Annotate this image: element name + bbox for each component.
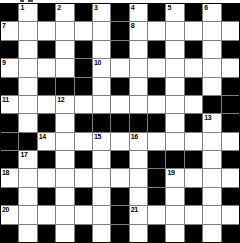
cell-11-7[interactable]: 21 — [130, 206, 147, 223]
cell-3-5[interactable]: 10 — [93, 59, 110, 76]
crossword-grid: 123456789101112131415161718192021 — [0, 3, 240, 243]
cell-5-3[interactable]: 12 — [56, 96, 73, 113]
cell-8-12 — [222, 151, 239, 168]
cell-1-5[interactable] — [93, 22, 110, 39]
cropped-text-mark-1 — [28, 0, 33, 2]
cell-1-4[interactable] — [75, 22, 92, 39]
cell-12-7[interactable] — [130, 225, 147, 242]
cell-10-12 — [222, 188, 239, 205]
cell-8-8 — [148, 151, 165, 168]
cell-12-3[interactable] — [56, 225, 73, 242]
cell-8-6 — [111, 151, 128, 168]
cell-11-0[interactable]: 20 — [1, 206, 18, 223]
cell-10-10 — [185, 188, 202, 205]
cell-6-0 — [1, 114, 18, 131]
cell-6-7 — [130, 114, 147, 131]
clue-number-7: 7 — [2, 22, 6, 29]
clue-number-17: 17 — [20, 151, 27, 158]
cell-5-2[interactable] — [38, 96, 55, 113]
cell-10-7[interactable] — [130, 188, 147, 205]
cell-0-7[interactable]: 4 — [130, 4, 147, 21]
clue-number-10: 10 — [94, 59, 101, 66]
cell-7-2[interactable]: 14 — [38, 133, 55, 150]
clue-number-2: 2 — [57, 4, 61, 11]
cell-3-11[interactable] — [203, 59, 220, 76]
cell-12-12 — [222, 225, 239, 242]
cell-0-5[interactable]: 3 — [93, 4, 110, 21]
cell-2-1[interactable] — [19, 41, 36, 58]
cell-5-0[interactable]: 11 — [1, 96, 18, 113]
cell-9-5[interactable] — [93, 169, 110, 186]
clue-number-3: 3 — [94, 4, 98, 11]
cell-7-10[interactable] — [185, 133, 202, 150]
cell-2-8 — [148, 41, 165, 58]
cell-6-10 — [185, 114, 202, 131]
cell-0-8 — [148, 4, 165, 21]
cell-7-0 — [1, 133, 18, 150]
cell-9-0[interactable]: 18 — [1, 169, 18, 186]
cell-3-7[interactable] — [130, 59, 147, 76]
clue-number-9: 9 — [2, 59, 6, 66]
cell-5-6[interactable] — [111, 96, 128, 113]
cell-5-12 — [222, 96, 239, 113]
cell-11-3[interactable] — [56, 206, 73, 223]
cell-12-4 — [75, 225, 92, 242]
cell-0-11[interactable]: 6 — [203, 4, 220, 21]
cell-8-5[interactable] — [93, 151, 110, 168]
cell-5-9[interactable] — [166, 96, 183, 113]
cell-4-7[interactable] — [130, 78, 147, 95]
cell-7-7[interactable]: 16 — [130, 133, 147, 150]
cell-4-9[interactable] — [166, 78, 183, 95]
cell-9-12[interactable] — [222, 169, 239, 186]
cell-10-2 — [38, 188, 55, 205]
cell-4-6 — [111, 78, 128, 95]
cell-1-9[interactable] — [166, 22, 183, 39]
cell-10-6 — [111, 188, 128, 205]
cell-7-6[interactable] — [111, 133, 128, 150]
cell-11-12[interactable] — [222, 206, 239, 223]
cell-3-0[interactable]: 9 — [1, 59, 18, 76]
cell-0-0 — [1, 4, 18, 21]
clue-number-8: 8 — [131, 22, 135, 29]
cell-0-12 — [222, 4, 239, 21]
cell-12-11[interactable] — [203, 225, 220, 242]
cell-3-4 — [75, 59, 92, 76]
cell-9-4[interactable] — [75, 169, 92, 186]
clue-number-5: 5 — [167, 4, 171, 11]
cell-11-5[interactable] — [93, 206, 110, 223]
cell-12-5[interactable] — [93, 225, 110, 242]
cell-5-5[interactable] — [93, 96, 110, 113]
cell-10-5[interactable] — [93, 188, 110, 205]
clue-number-19: 19 — [167, 169, 174, 176]
cell-0-9[interactable]: 5 — [166, 4, 183, 21]
cell-10-3[interactable] — [56, 188, 73, 205]
cell-9-2[interactable] — [38, 169, 55, 186]
cell-2-11[interactable] — [203, 41, 220, 58]
cell-4-10 — [185, 78, 202, 95]
cell-11-4[interactable] — [75, 206, 92, 223]
clue-number-21: 21 — [131, 206, 138, 213]
cell-6-4 — [75, 114, 92, 131]
cell-6-6 — [111, 114, 128, 131]
cell-1-10[interactable] — [185, 22, 202, 39]
cell-1-1[interactable] — [19, 22, 36, 39]
cell-8-10 — [185, 151, 202, 168]
cell-4-8 — [148, 78, 165, 95]
cell-11-10[interactable] — [185, 206, 202, 223]
cell-7-1 — [19, 133, 36, 150]
cell-6-1[interactable] — [19, 114, 36, 131]
cell-12-9[interactable] — [166, 225, 183, 242]
cell-10-9[interactable] — [166, 188, 183, 205]
cell-11-11[interactable] — [203, 206, 220, 223]
cell-1-6 — [111, 22, 128, 39]
cell-3-6[interactable] — [111, 59, 128, 76]
cell-7-8[interactable] — [148, 133, 165, 150]
cell-1-2[interactable] — [38, 22, 55, 39]
cell-10-4 — [75, 188, 92, 205]
cell-4-2 — [38, 78, 55, 95]
cell-10-0 — [1, 188, 18, 205]
clue-number-20: 20 — [2, 206, 9, 213]
cell-7-12[interactable] — [222, 133, 239, 150]
cell-8-0 — [1, 151, 18, 168]
cell-5-8[interactable] — [148, 96, 165, 113]
cell-9-6[interactable] — [111, 169, 128, 186]
cell-9-7[interactable] — [130, 169, 147, 186]
clue-number-18: 18 — [2, 169, 9, 176]
cell-5-10[interactable] — [185, 96, 202, 113]
clue-number-6: 6 — [204, 4, 208, 11]
cell-4-1[interactable] — [19, 78, 36, 95]
cell-4-3 — [56, 78, 73, 95]
cell-6-9[interactable] — [166, 114, 183, 131]
cell-9-8 — [148, 169, 165, 186]
cell-5-7[interactable] — [130, 96, 147, 113]
cell-0-4 — [75, 4, 92, 21]
cell-12-8 — [148, 225, 165, 242]
cell-3-1[interactable] — [19, 59, 36, 76]
cell-7-3[interactable] — [56, 133, 73, 150]
cell-0-3[interactable]: 2 — [56, 4, 73, 21]
cell-8-3[interactable] — [56, 151, 73, 168]
cell-0-2 — [38, 4, 55, 21]
clue-number-16: 16 — [131, 133, 138, 140]
cell-12-2 — [38, 225, 55, 242]
cell-3-3[interactable] — [56, 59, 73, 76]
cell-12-10 — [185, 225, 202, 242]
cell-1-8[interactable] — [148, 22, 165, 39]
cell-8-11[interactable] — [203, 151, 220, 168]
cell-2-0 — [1, 41, 18, 58]
cell-7-9[interactable] — [166, 133, 183, 150]
cell-4-11[interactable] — [203, 78, 220, 95]
cell-11-2[interactable] — [38, 206, 55, 223]
cell-2-12 — [222, 41, 239, 58]
cell-8-4 — [75, 151, 92, 168]
cell-6-5 — [93, 114, 110, 131]
cell-2-10 — [185, 41, 202, 58]
cell-2-9[interactable] — [166, 41, 183, 58]
cropped-text-mark-0 — [20, 0, 24, 2]
cell-9-9[interactable]: 19 — [166, 169, 183, 186]
cell-4-5[interactable] — [93, 78, 110, 95]
cell-8-1[interactable]: 17 — [19, 151, 36, 168]
cell-1-11[interactable] — [203, 22, 220, 39]
cell-2-2 — [38, 41, 55, 58]
cell-1-0[interactable]: 7 — [1, 22, 18, 39]
cell-12-1[interactable] — [19, 225, 36, 242]
cell-7-11[interactable] — [203, 133, 220, 150]
cell-3-8[interactable] — [148, 59, 165, 76]
cell-3-2[interactable] — [38, 59, 55, 76]
cell-4-0 — [1, 78, 18, 95]
cell-5-11 — [203, 96, 220, 113]
cell-0-10 — [185, 4, 202, 21]
cell-9-11[interactable] — [203, 169, 220, 186]
clue-number-1: 1 — [20, 4, 24, 11]
cell-10-1[interactable] — [19, 188, 36, 205]
cell-1-3[interactable] — [56, 22, 73, 39]
cell-6-8 — [148, 114, 165, 131]
clue-number-11: 11 — [2, 96, 9, 103]
cell-11-1[interactable] — [19, 206, 36, 223]
cell-1-7[interactable]: 8 — [130, 22, 147, 39]
cell-10-11[interactable] — [203, 188, 220, 205]
cell-9-3[interactable] — [56, 169, 73, 186]
clue-number-14: 14 — [39, 133, 46, 140]
cell-3-10[interactable] — [185, 59, 202, 76]
cell-9-1[interactable] — [19, 169, 36, 186]
cell-6-11[interactable]: 13 — [203, 114, 220, 131]
cell-2-5[interactable] — [93, 41, 110, 58]
cell-3-9[interactable] — [166, 59, 183, 76]
cell-4-12 — [222, 78, 239, 95]
cell-11-9[interactable] — [166, 206, 183, 223]
clue-number-12: 12 — [57, 96, 64, 103]
cell-7-4[interactable] — [75, 133, 92, 150]
cell-6-2 — [38, 114, 55, 131]
cell-12-6 — [111, 225, 128, 242]
cell-12-0 — [1, 225, 18, 242]
cell-4-4 — [75, 78, 92, 95]
clue-number-15: 15 — [94, 133, 101, 140]
cell-8-7[interactable] — [130, 151, 147, 168]
cell-8-2 — [38, 151, 55, 168]
cell-10-8 — [148, 188, 165, 205]
clue-number-13: 13 — [204, 114, 211, 121]
cell-5-1[interactable] — [19, 96, 36, 113]
cell-2-7[interactable] — [130, 41, 147, 58]
cell-11-8[interactable] — [148, 206, 165, 223]
cell-3-12[interactable] — [222, 59, 239, 76]
cell-5-4[interactable] — [75, 96, 92, 113]
cell-2-4 — [75, 41, 92, 58]
cell-0-6 — [111, 4, 128, 21]
cell-7-5[interactable]: 15 — [93, 133, 110, 150]
cell-2-6 — [111, 41, 128, 58]
cell-6-3[interactable] — [56, 114, 73, 131]
cell-2-3[interactable] — [56, 41, 73, 58]
cell-8-9 — [166, 151, 183, 168]
clue-number-4: 4 — [131, 4, 135, 11]
cell-9-10[interactable] — [185, 169, 202, 186]
cell-6-12 — [222, 114, 239, 131]
cell-0-1[interactable]: 1 — [19, 4, 36, 21]
cell-11-6 — [111, 206, 128, 223]
cell-1-12[interactable] — [222, 22, 239, 39]
